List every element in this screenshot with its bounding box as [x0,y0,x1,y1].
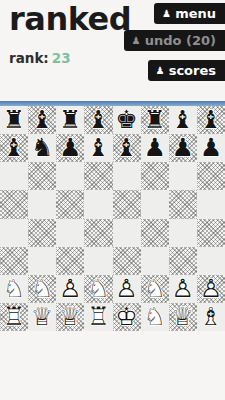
square-a1[interactable]: ♜♖ [0,303,28,331]
pawn-icon: ♟ [132,36,141,46]
white-rook-piece: ♜ [84,302,112,331]
rank-label: rank: [9,50,49,66]
square-a4[interactable] [0,219,28,247]
white-pawn-piece-outline: ♙ [169,274,197,303]
white-knight-piece: ♞ [0,274,28,303]
square-d2[interactable]: ♞♘ [84,275,112,303]
square-b1[interactable]: ♛♕ [28,303,56,331]
square-b2[interactable]: ♞♘ [28,275,56,303]
square-f2[interactable]: ♞♘ [141,275,169,303]
white-pawn-piece-outline: ♙ [56,274,84,303]
square-a8[interactable]: ♜ [0,106,28,134]
square-e7[interactable]: ♝ [113,134,141,162]
black-bishop-piece: ♝ [169,105,197,134]
white-pawn-piece: ♟ [56,274,84,303]
square-b8[interactable]: ♝ [28,106,56,134]
page-title: ranked [9,0,131,38]
square-h1[interactable]: ♝♗ [197,303,225,331]
square-g4[interactable] [169,219,197,247]
square-g5[interactable] [169,190,197,218]
square-b6[interactable] [28,162,56,190]
square-c7[interactable]: ♟ [56,134,84,162]
white-knight-piece-outline: ♘ [84,274,112,303]
square-d7[interactable]: ♝ [84,134,112,162]
white-queen-piece: ♛ [169,302,197,331]
square-h4[interactable] [197,219,225,247]
square-c6[interactable] [56,162,84,190]
black-bishop-piece: ♝ [0,133,28,162]
black-king-piece: ♚ [113,105,141,134]
square-c4[interactable] [56,219,84,247]
white-bishop-piece: ♝ [197,302,225,331]
white-queen-piece-outline: ♕ [169,302,197,331]
app-screen: ranked rank:23 ♟ menu ♟ undo (20) ♟ scor… [0,0,225,400]
square-f5[interactable] [141,190,169,218]
square-g8[interactable]: ♝ [169,106,197,134]
scores-button-label: scores [169,63,216,78]
square-e4[interactable] [113,219,141,247]
white-pawn-piece: ♟ [197,274,225,303]
square-g3[interactable] [169,247,197,275]
rank-line: rank:23 [9,50,71,66]
black-rook-piece: ♜ [0,105,28,134]
white-knight-piece-outline: ♘ [0,274,28,303]
black-pawn-piece: ♟ [197,133,225,162]
square-f4[interactable] [141,219,169,247]
white-knight-piece: ♞ [141,274,169,303]
square-b5[interactable] [28,190,56,218]
square-d4[interactable] [84,219,112,247]
square-g2[interactable]: ♟♙ [169,275,197,303]
square-e8[interactable]: ♚ [113,106,141,134]
black-rook-piece: ♜ [56,105,84,134]
white-knight-piece: ♞ [84,274,112,303]
white-knight-piece: ♞ [28,274,56,303]
white-queen-piece: ♛ [56,302,84,331]
square-h6[interactable] [197,162,225,190]
square-b7[interactable]: ♞ [28,134,56,162]
square-f1[interactable]: ♞♘ [141,303,169,331]
white-queen-piece-outline: ♕ [28,302,56,331]
white-rook-piece: ♜ [0,302,28,331]
undo-button[interactable]: ♟ undo (20) [124,30,225,51]
menu-button-label: menu [175,6,216,21]
black-bishop-piece: ♝ [113,133,141,162]
square-a5[interactable] [0,190,28,218]
white-king-piece: ♚ [113,302,141,331]
scores-button[interactable]: ♟ scores [148,60,225,81]
square-a7[interactable]: ♝ [0,134,28,162]
square-g7[interactable]: ♟ [169,134,197,162]
square-b3[interactable] [28,247,56,275]
square-a6[interactable] [0,162,28,190]
black-pawn-piece: ♟ [169,133,197,162]
white-knight-piece: ♞ [141,302,169,331]
square-e5[interactable] [113,190,141,218]
square-f3[interactable] [141,247,169,275]
black-pawn-piece: ♟ [141,133,169,162]
square-g1[interactable]: ♛♕ [169,303,197,331]
square-e3[interactable] [113,247,141,275]
black-rook-piece: ♜ [141,105,169,134]
black-pawn-piece: ♟ [56,133,84,162]
square-a2[interactable]: ♞♘ [0,275,28,303]
square-f6[interactable] [141,162,169,190]
black-bishop-piece: ♝ [28,105,56,134]
white-pawn-piece-outline: ♙ [113,274,141,303]
white-queen-piece-outline: ♕ [56,302,84,331]
white-rook-piece-outline: ♖ [0,302,28,331]
white-knight-piece-outline: ♘ [141,274,169,303]
white-pawn-piece: ♟ [169,274,197,303]
board: ♜♝♜♝♚♜♝♝♝♞♟♝♝♟♟♟♞♘♞♘♟♙♞♘♟♙♞♘♟♙♟♙♜♖♛♕♛♕♜♖… [0,106,225,331]
white-knight-piece-outline: ♘ [141,302,169,331]
undo-button-label: undo (20) [145,33,216,48]
white-rook-piece-outline: ♖ [84,302,112,331]
square-h5[interactable] [197,190,225,218]
black-bishop-piece: ♝ [197,105,225,134]
square-f7[interactable]: ♟ [141,134,169,162]
square-g6[interactable] [169,162,197,190]
white-king-piece-outline: ♔ [113,302,141,331]
black-bishop-piece: ♝ [84,133,112,162]
white-queen-piece: ♛ [28,302,56,331]
square-b4[interactable] [28,219,56,247]
square-c2[interactable]: ♟♙ [56,275,84,303]
white-knight-piece-outline: ♘ [28,274,56,303]
square-h7[interactable]: ♟ [197,134,225,162]
square-d3[interactable] [84,247,112,275]
square-d5[interactable] [84,190,112,218]
square-e2[interactable]: ♟♙ [113,275,141,303]
black-bishop-piece: ♝ [84,105,112,134]
square-h8[interactable]: ♝ [197,106,225,134]
pawn-icon: ♟ [156,66,165,76]
square-c3[interactable] [56,247,84,275]
square-c8[interactable]: ♜ [56,106,84,134]
square-c1[interactable]: ♛♕ [56,303,84,331]
rank-value: 23 [52,50,71,66]
square-d1[interactable]: ♜♖ [84,303,112,331]
square-h2[interactable]: ♟♙ [197,275,225,303]
black-knight-piece: ♞ [28,133,56,162]
pawn-icon: ♟ [162,9,171,19]
header: ranked rank:23 ♟ menu ♟ undo (20) ♟ scor… [0,0,225,101]
square-e6[interactable] [113,162,141,190]
white-pawn-piece: ♟ [113,274,141,303]
square-a3[interactable] [0,247,28,275]
square-d8[interactable]: ♝ [84,106,112,134]
square-h3[interactable] [197,247,225,275]
square-c5[interactable] [56,190,84,218]
menu-button[interactable]: ♟ menu [154,3,225,24]
square-d6[interactable] [84,162,112,190]
white-pawn-piece-outline: ♙ [197,274,225,303]
white-bishop-piece-outline: ♗ [197,302,225,331]
square-f8[interactable]: ♜ [141,106,169,134]
square-e1[interactable]: ♚♔ [113,303,141,331]
